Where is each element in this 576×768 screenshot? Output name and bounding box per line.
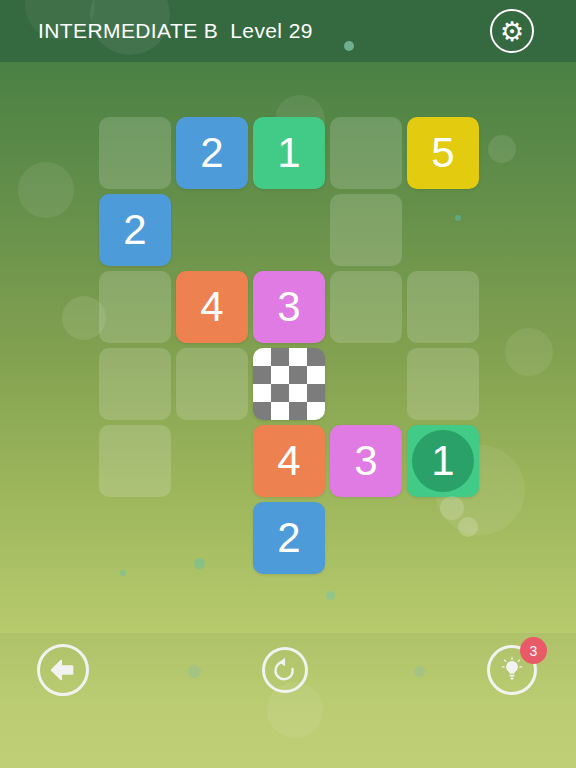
gear-icon: ⚙ (500, 18, 524, 45)
level-label: Level 29 (230, 19, 313, 43)
empty-slot (99, 425, 171, 497)
number-tile[interactable]: 4 (253, 425, 325, 497)
target-tile[interactable]: 1 (407, 425, 479, 497)
bubble (18, 162, 74, 218)
tile-number: 1 (277, 132, 300, 174)
goal-checker-tile (253, 348, 325, 420)
tile-number: 2 (277, 517, 300, 559)
header-bar: INTERMEDIATE B Level 29 ⚙ (0, 0, 576, 62)
hint-count: 3 (530, 643, 538, 659)
empty-slot (330, 194, 402, 266)
number-tile[interactable]: 5 (407, 117, 479, 189)
tile-number: 3 (277, 286, 300, 328)
bubble (488, 135, 516, 163)
empty-slot (99, 117, 171, 189)
difficulty-label: INTERMEDIATE B (38, 19, 218, 43)
empty-slot (407, 348, 479, 420)
bubble (326, 591, 335, 600)
number-tile[interactable]: 1 (253, 117, 325, 189)
number-tile[interactable]: 4 (176, 271, 248, 343)
empty-slot (99, 348, 171, 420)
number-tile[interactable]: 3 (253, 271, 325, 343)
number-tile[interactable]: 2 (99, 194, 171, 266)
tile-number: 2 (200, 132, 223, 174)
tile-number: 5 (431, 132, 454, 174)
hint-count-badge: 3 (520, 637, 547, 664)
tile-number: 1 (431, 440, 454, 482)
settings-button[interactable]: ⚙ (490, 9, 534, 53)
bubble (505, 328, 553, 376)
board: 2152434312 (99, 117, 479, 574)
tile-number: 3 (354, 440, 377, 482)
page-title: INTERMEDIATE B Level 29 (38, 19, 313, 43)
tile-number: 4 (200, 286, 223, 328)
game-screen: INTERMEDIATE B Level 29 ⚙ 2152434312 (0, 0, 576, 768)
empty-slot (99, 271, 171, 343)
number-tile[interactable]: 2 (253, 502, 325, 574)
tile-number: 4 (277, 440, 300, 482)
number-tile[interactable]: 3 (330, 425, 402, 497)
empty-slot (176, 348, 248, 420)
empty-slot (330, 117, 402, 189)
tile-number: 2 (123, 209, 146, 251)
bottom-toolbar (0, 633, 576, 768)
empty-slot (407, 271, 479, 343)
empty-slot (330, 271, 402, 343)
number-tile[interactable]: 2 (176, 117, 248, 189)
